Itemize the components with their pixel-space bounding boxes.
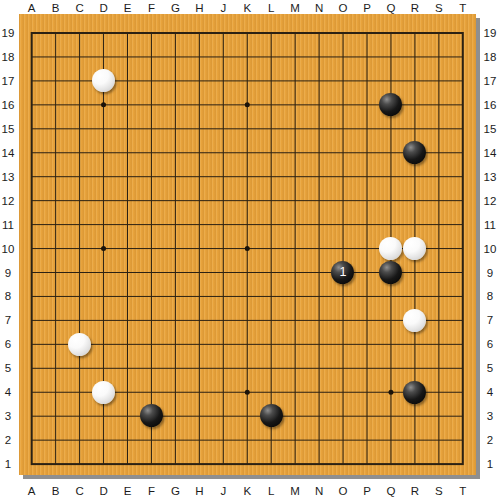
intersection[interactable] [259,332,283,356]
intersection[interactable] [403,189,427,213]
intersection[interactable] [44,236,68,260]
intersection[interactable] [331,189,355,213]
intersection[interactable] [259,260,283,284]
intersection[interactable] [379,141,403,165]
intersection[interactable] [307,93,331,117]
intersection[interactable] [211,213,235,237]
intersection[interactable] [139,380,163,404]
intersection[interactable] [139,141,163,165]
intersection[interactable] [115,165,139,189]
intersection[interactable] [451,284,475,308]
intersection[interactable] [355,165,379,189]
intersection[interactable] [20,45,44,69]
intersection[interactable] [235,404,259,428]
intersection[interactable] [235,236,259,260]
intersection[interactable] [427,404,451,428]
intersection[interactable] [283,332,307,356]
intersection[interactable] [211,332,235,356]
intersection[interactable] [355,404,379,428]
intersection[interactable] [68,69,92,93]
intersection[interactable] [163,189,187,213]
intersection[interactable] [307,428,331,452]
intersection[interactable] [355,21,379,45]
intersection[interactable] [379,69,403,93]
intersection[interactable] [68,165,92,189]
intersection[interactable] [307,236,331,260]
intersection[interactable] [20,428,44,452]
intersection[interactable] [235,165,259,189]
intersection[interactable] [427,332,451,356]
intersection[interactable] [115,284,139,308]
intersection[interactable] [283,69,307,93]
intersection[interactable] [211,93,235,117]
intersection[interactable] [20,404,44,428]
intersection[interactable] [44,213,68,237]
intersection[interactable] [283,236,307,260]
intersection[interactable] [403,236,427,260]
intersection[interactable] [115,308,139,332]
intersection[interactable] [451,117,475,141]
intersection[interactable] [92,284,116,308]
intersection[interactable] [211,428,235,452]
intersection[interactable] [20,332,44,356]
intersection[interactable] [92,260,116,284]
intersection[interactable] [44,284,68,308]
intersection[interactable] [20,356,44,380]
intersection[interactable]: 1 [331,260,355,284]
intersection[interactable] [20,141,44,165]
intersection[interactable] [283,308,307,332]
intersection[interactable] [235,452,259,476]
intersection[interactable] [115,45,139,69]
intersection[interactable] [451,45,475,69]
intersection[interactable] [139,93,163,117]
intersection[interactable] [403,69,427,93]
intersection[interactable] [187,260,211,284]
intersection[interactable] [355,117,379,141]
intersection[interactable] [235,69,259,93]
intersection[interactable] [259,356,283,380]
intersection[interactable] [235,93,259,117]
intersection[interactable] [92,404,116,428]
intersection[interactable] [403,332,427,356]
intersection[interactable] [163,45,187,69]
intersection[interactable] [451,260,475,284]
intersection[interactable] [283,404,307,428]
intersection[interactable] [427,189,451,213]
intersection[interactable] [283,428,307,452]
intersection[interactable] [92,356,116,380]
intersection[interactable] [68,117,92,141]
intersection[interactable] [307,332,331,356]
intersection[interactable] [115,93,139,117]
intersection[interactable] [44,141,68,165]
intersection[interactable] [427,260,451,284]
intersection[interactable] [259,308,283,332]
intersection[interactable] [331,213,355,237]
intersection[interactable] [44,260,68,284]
intersection[interactable] [259,165,283,189]
intersection[interactable] [163,117,187,141]
intersection[interactable] [259,236,283,260]
intersection[interactable] [331,45,355,69]
intersection[interactable] [163,356,187,380]
intersection[interactable] [355,452,379,476]
intersection[interactable] [187,236,211,260]
intersection[interactable] [427,452,451,476]
intersection[interactable] [307,356,331,380]
intersection[interactable] [163,93,187,117]
intersection[interactable] [92,21,116,45]
intersection[interactable] [115,141,139,165]
intersection[interactable] [235,284,259,308]
intersection[interactable] [355,284,379,308]
intersection[interactable] [307,404,331,428]
intersection[interactable] [331,332,355,356]
intersection[interactable] [92,428,116,452]
intersection[interactable] [403,213,427,237]
intersection[interactable] [235,45,259,69]
intersection[interactable] [403,45,427,69]
intersection[interactable] [211,404,235,428]
intersection[interactable] [451,189,475,213]
intersection[interactable] [379,380,403,404]
intersection[interactable] [68,236,92,260]
intersection[interactable] [259,117,283,141]
intersection[interactable] [259,404,283,428]
intersection[interactable] [44,404,68,428]
intersection[interactable] [211,189,235,213]
intersection[interactable] [379,21,403,45]
intersection[interactable] [68,141,92,165]
intersection[interactable] [379,236,403,260]
intersection[interactable] [115,213,139,237]
intersection[interactable] [20,380,44,404]
intersection[interactable] [403,452,427,476]
intersection[interactable] [283,165,307,189]
intersection[interactable] [44,189,68,213]
intersection[interactable] [451,236,475,260]
intersection[interactable] [44,308,68,332]
intersection[interactable] [115,21,139,45]
intersection[interactable] [20,452,44,476]
intersection[interactable] [211,141,235,165]
intersection[interactable] [115,380,139,404]
intersection[interactable] [451,428,475,452]
intersection[interactable] [163,380,187,404]
intersection[interactable] [355,428,379,452]
intersection[interactable] [307,117,331,141]
intersection[interactable] [355,308,379,332]
intersection[interactable] [403,380,427,404]
intersection[interactable] [451,356,475,380]
intersection[interactable] [403,165,427,189]
intersection[interactable] [139,452,163,476]
intersection[interactable] [235,380,259,404]
intersection[interactable] [139,260,163,284]
intersection[interactable] [427,236,451,260]
intersection[interactable] [44,45,68,69]
intersection[interactable] [163,284,187,308]
intersection[interactable] [331,356,355,380]
intersection[interactable] [92,236,116,260]
intersection[interactable] [403,284,427,308]
intersection[interactable] [307,260,331,284]
intersection[interactable] [187,69,211,93]
intersection[interactable] [427,284,451,308]
intersection[interactable] [403,117,427,141]
intersection[interactable] [427,356,451,380]
intersection[interactable] [451,165,475,189]
intersection[interactable] [20,21,44,45]
intersection[interactable] [259,45,283,69]
intersection[interactable] [451,141,475,165]
intersection[interactable] [115,452,139,476]
intersection[interactable] [163,452,187,476]
intersection[interactable] [211,117,235,141]
intersection[interactable] [187,452,211,476]
intersection[interactable] [187,141,211,165]
intersection[interactable] [331,308,355,332]
intersection[interactable] [115,69,139,93]
intersection[interactable] [379,213,403,237]
intersection[interactable] [451,93,475,117]
intersection[interactable] [451,21,475,45]
intersection[interactable] [379,117,403,141]
intersection[interactable] [44,332,68,356]
intersection[interactable] [44,452,68,476]
intersection[interactable] [403,93,427,117]
intersection[interactable] [139,356,163,380]
intersection[interactable] [44,21,68,45]
intersection[interactable] [44,356,68,380]
intersection[interactable] [259,189,283,213]
intersection[interactable] [307,141,331,165]
intersection[interactable] [92,332,116,356]
intersection[interactable] [139,117,163,141]
intersection[interactable] [379,308,403,332]
intersection[interactable] [20,213,44,237]
intersection[interactable] [283,284,307,308]
intersection[interactable] [331,380,355,404]
intersection[interactable] [211,452,235,476]
intersection[interactable] [403,141,427,165]
intersection[interactable] [163,21,187,45]
intersection[interactable] [92,45,116,69]
intersection[interactable] [44,165,68,189]
intersection[interactable] [331,236,355,260]
intersection[interactable] [427,308,451,332]
intersection[interactable] [139,45,163,69]
intersection[interactable] [211,45,235,69]
intersection[interactable] [427,380,451,404]
intersection[interactable] [139,284,163,308]
intersection[interactable] [379,45,403,69]
intersection[interactable] [187,189,211,213]
intersection[interactable] [187,308,211,332]
intersection[interactable] [187,93,211,117]
intersection[interactable] [68,404,92,428]
intersection[interactable] [20,308,44,332]
intersection[interactable] [283,21,307,45]
intersection[interactable] [187,21,211,45]
intersection[interactable] [283,117,307,141]
intersection[interactable] [403,404,427,428]
intersection[interactable] [331,117,355,141]
intersection[interactable] [355,93,379,117]
intersection[interactable] [283,452,307,476]
intersection[interactable] [92,93,116,117]
intersection[interactable] [379,452,403,476]
intersection[interactable] [163,428,187,452]
intersection[interactable] [92,213,116,237]
intersection[interactable] [307,69,331,93]
intersection[interactable] [163,165,187,189]
intersection[interactable] [187,428,211,452]
intersection[interactable] [307,213,331,237]
intersection[interactable] [307,21,331,45]
intersection[interactable] [235,213,259,237]
intersection[interactable] [115,260,139,284]
intersection[interactable] [187,213,211,237]
intersection[interactable] [211,165,235,189]
intersection[interactable] [163,260,187,284]
intersection[interactable] [68,380,92,404]
intersection[interactable] [68,356,92,380]
intersection[interactable] [235,141,259,165]
intersection[interactable] [283,189,307,213]
intersection[interactable] [379,189,403,213]
intersection[interactable] [68,260,92,284]
intersection[interactable] [139,213,163,237]
intersection[interactable] [355,260,379,284]
intersection[interactable] [427,93,451,117]
intersection[interactable] [187,117,211,141]
intersection[interactable] [92,117,116,141]
intersection[interactable] [163,332,187,356]
intersection[interactable] [187,284,211,308]
intersection[interactable] [115,428,139,452]
intersection[interactable] [259,93,283,117]
intersection[interactable] [307,452,331,476]
intersection[interactable] [403,21,427,45]
intersection[interactable] [331,165,355,189]
intersection[interactable] [92,189,116,213]
intersection[interactable] [20,236,44,260]
go-board[interactable]: 1 [19,14,476,475]
intersection[interactable] [68,189,92,213]
intersection[interactable] [379,284,403,308]
intersection[interactable] [427,69,451,93]
intersection[interactable] [235,332,259,356]
intersection[interactable] [163,308,187,332]
intersection[interactable] [139,308,163,332]
intersection[interactable] [451,308,475,332]
intersection[interactable] [427,213,451,237]
intersection[interactable] [331,141,355,165]
intersection[interactable] [355,213,379,237]
intersection[interactable] [68,93,92,117]
intersection[interactable] [355,69,379,93]
intersection[interactable] [283,93,307,117]
intersection[interactable] [427,428,451,452]
intersection[interactable] [403,260,427,284]
intersection[interactable] [355,45,379,69]
intersection[interactable] [211,69,235,93]
intersection[interactable] [139,404,163,428]
intersection[interactable] [355,332,379,356]
intersection[interactable] [211,284,235,308]
intersection[interactable] [283,380,307,404]
intersection[interactable] [331,21,355,45]
intersection[interactable] [20,117,44,141]
intersection[interactable] [235,117,259,141]
intersection[interactable] [451,380,475,404]
intersection[interactable] [331,93,355,117]
intersection[interactable] [283,260,307,284]
intersection[interactable] [68,21,92,45]
intersection[interactable] [259,69,283,93]
intersection[interactable] [139,21,163,45]
intersection[interactable] [68,332,92,356]
intersection[interactable] [403,356,427,380]
intersection[interactable] [427,45,451,69]
intersection[interactable] [68,284,92,308]
intersection[interactable] [235,356,259,380]
intersection[interactable] [92,380,116,404]
intersection[interactable] [331,428,355,452]
intersection[interactable] [259,21,283,45]
intersection[interactable] [427,117,451,141]
intersection[interactable] [211,236,235,260]
intersection[interactable] [307,380,331,404]
intersection[interactable] [92,452,116,476]
intersection[interactable] [139,332,163,356]
intersection[interactable] [187,404,211,428]
intersection[interactable] [403,308,427,332]
intersection[interactable] [115,236,139,260]
intersection[interactable] [139,428,163,452]
intersection[interactable] [211,260,235,284]
intersection[interactable] [139,189,163,213]
intersection[interactable] [139,69,163,93]
intersection[interactable] [259,213,283,237]
intersection[interactable] [379,165,403,189]
intersection[interactable] [20,93,44,117]
intersection[interactable] [115,117,139,141]
intersection[interactable] [211,380,235,404]
intersection[interactable] [259,428,283,452]
intersection[interactable] [451,452,475,476]
intersection[interactable] [259,380,283,404]
intersection[interactable] [163,213,187,237]
intersection[interactable] [235,21,259,45]
intersection[interactable] [283,213,307,237]
intersection[interactable] [379,93,403,117]
intersection[interactable] [403,428,427,452]
intersection[interactable] [187,332,211,356]
intersection[interactable] [379,356,403,380]
intersection[interactable] [187,45,211,69]
intersection[interactable] [379,428,403,452]
intersection[interactable] [44,69,68,93]
intersection[interactable] [259,452,283,476]
intersection[interactable] [451,69,475,93]
intersection[interactable] [283,141,307,165]
intersection[interactable] [68,308,92,332]
intersection[interactable] [307,308,331,332]
intersection[interactable] [115,404,139,428]
